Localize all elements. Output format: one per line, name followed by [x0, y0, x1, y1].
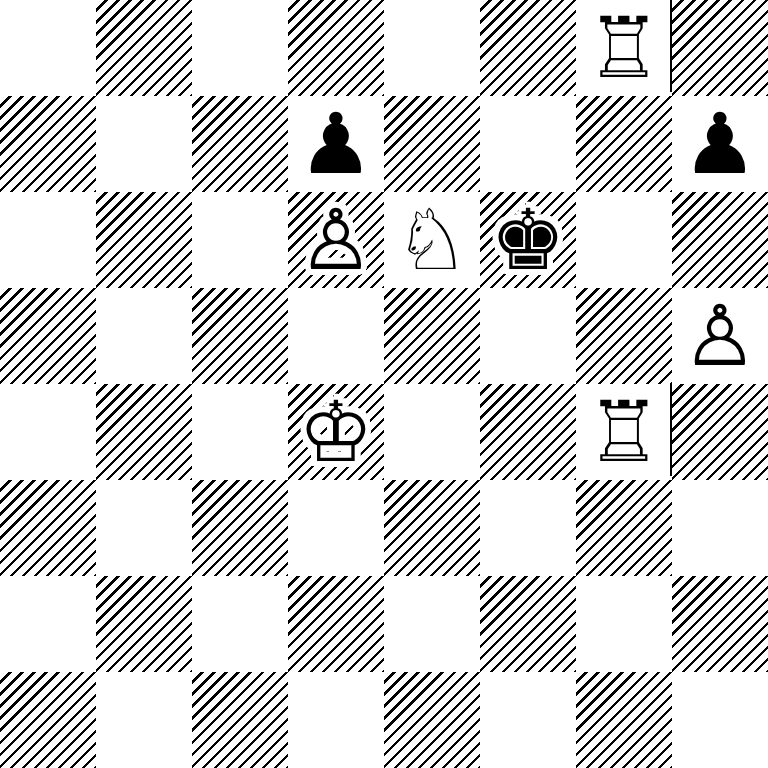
square-b3[interactable] — [96, 480, 192, 576]
piece-white-rook-g4: ♖ — [586, 384, 661, 480]
square-c3[interactable] — [192, 480, 288, 576]
square-c8[interactable] — [192, 0, 288, 96]
square-d6[interactable]: ♙ — [288, 192, 384, 288]
square-g6[interactable] — [576, 192, 672, 288]
square-f2[interactable] — [480, 576, 576, 672]
square-f4[interactable] — [480, 384, 576, 480]
square-b5[interactable] — [96, 288, 192, 384]
square-f7[interactable] — [480, 96, 576, 192]
square-f3[interactable] — [480, 480, 576, 576]
piece-white-knight-e6: ♘ — [394, 192, 469, 288]
square-h1[interactable] — [672, 672, 768, 768]
piece-black-pawn-d7: ♟ — [298, 96, 373, 192]
square-e5[interactable] — [384, 288, 480, 384]
square-h2[interactable] — [672, 576, 768, 672]
square-b4[interactable] — [96, 384, 192, 480]
square-h6[interactable] — [672, 192, 768, 288]
square-g7[interactable] — [576, 96, 672, 192]
piece-white-pawn-h5: ♙ — [682, 288, 757, 384]
square-a2[interactable] — [0, 576, 96, 672]
square-d1[interactable] — [288, 672, 384, 768]
square-d7[interactable]: ♟ — [288, 96, 384, 192]
square-c7[interactable] — [192, 96, 288, 192]
square-g2[interactable] — [576, 576, 672, 672]
square-e3[interactable] — [384, 480, 480, 576]
square-a1[interactable] — [0, 672, 96, 768]
square-b1[interactable] — [96, 672, 192, 768]
square-g4[interactable]: ♖ — [576, 384, 672, 480]
square-c4[interactable] — [192, 384, 288, 480]
square-b7[interactable] — [96, 96, 192, 192]
square-c5[interactable] — [192, 288, 288, 384]
square-g1[interactable] — [576, 672, 672, 768]
piece-white-rook-g8: ♖ — [586, 0, 661, 96]
square-e7[interactable] — [384, 96, 480, 192]
square-a4[interactable] — [0, 384, 96, 480]
square-h5[interactable]: ♙ — [672, 288, 768, 384]
square-f5[interactable] — [480, 288, 576, 384]
square-d2[interactable] — [288, 576, 384, 672]
square-b6[interactable] — [96, 192, 192, 288]
square-g8[interactable]: ♖ — [576, 0, 672, 96]
square-h7[interactable]: ♟ — [672, 96, 768, 192]
square-e2[interactable] — [384, 576, 480, 672]
chess-board: ♖♟♟♙♘♚♙♔♖ — [0, 0, 768, 768]
square-a5[interactable] — [0, 288, 96, 384]
square-a8[interactable] — [0, 0, 96, 96]
square-b2[interactable] — [96, 576, 192, 672]
square-a7[interactable] — [0, 96, 96, 192]
square-e8[interactable] — [384, 0, 480, 96]
square-e4[interactable] — [384, 384, 480, 480]
square-c6[interactable] — [192, 192, 288, 288]
square-d8[interactable] — [288, 0, 384, 96]
square-e1[interactable] — [384, 672, 480, 768]
square-d3[interactable] — [288, 480, 384, 576]
square-h4[interactable] — [672, 384, 768, 480]
square-a3[interactable] — [0, 480, 96, 576]
square-h8[interactable] — [672, 0, 768, 96]
square-f1[interactable] — [480, 672, 576, 768]
square-c2[interactable] — [192, 576, 288, 672]
piece-black-pawn-h7: ♟ — [682, 96, 757, 192]
square-d5[interactable] — [288, 288, 384, 384]
square-a6[interactable] — [0, 192, 96, 288]
square-g3[interactable] — [576, 480, 672, 576]
square-e6[interactable]: ♘ — [384, 192, 480, 288]
square-b8[interactable] — [96, 0, 192, 96]
square-f6[interactable]: ♚ — [480, 192, 576, 288]
square-h3[interactable] — [672, 480, 768, 576]
square-d4[interactable]: ♔ — [288, 384, 384, 480]
piece-white-king-d4: ♔ — [298, 384, 373, 480]
piece-white-pawn-d6: ♙ — [298, 192, 373, 288]
square-g5[interactable] — [576, 288, 672, 384]
piece-black-king-f6: ♚ — [490, 192, 565, 288]
square-c1[interactable] — [192, 672, 288, 768]
square-f8[interactable] — [480, 0, 576, 96]
